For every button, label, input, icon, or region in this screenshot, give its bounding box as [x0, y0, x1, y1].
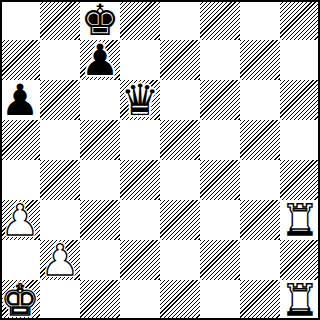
square-f4[interactable]	[200, 160, 240, 200]
square-b5[interactable]	[40, 120, 80, 160]
piece-white-king[interactable]: ♚	[1, 279, 40, 320]
square-f8[interactable]	[200, 0, 240, 40]
square-g8[interactable]	[240, 0, 280, 40]
square-h2[interactable]	[280, 240, 320, 280]
square-c8[interactable]: ♚	[80, 0, 120, 40]
square-f2[interactable]	[200, 240, 240, 280]
square-g2[interactable]	[240, 240, 280, 280]
square-h7[interactable]	[280, 40, 320, 80]
piece-black-queen[interactable]: ♛	[121, 79, 160, 122]
square-h5[interactable]	[280, 120, 320, 160]
square-d2[interactable]	[120, 240, 160, 280]
piece-white-pawn[interactable]: ♟	[41, 239, 80, 282]
piece-white-rook[interactable]: ♜	[281, 279, 320, 320]
square-h4[interactable]	[280, 160, 320, 200]
square-b6[interactable]	[40, 80, 80, 120]
square-e3[interactable]	[160, 200, 200, 240]
square-g3[interactable]	[240, 200, 280, 240]
piece-white-pawn[interactable]: ♟	[1, 199, 40, 242]
piece-black-pawn[interactable]: ♟	[1, 79, 40, 122]
square-f1[interactable]	[200, 280, 240, 320]
square-a3[interactable]: ♟	[0, 200, 40, 240]
square-a2[interactable]	[0, 240, 40, 280]
square-g5[interactable]	[240, 120, 280, 160]
square-g6[interactable]	[240, 80, 280, 120]
square-e8[interactable]	[160, 0, 200, 40]
square-c3[interactable]	[80, 200, 120, 240]
piece-black-pawn[interactable]: ♟	[81, 39, 120, 82]
square-b7[interactable]	[40, 40, 80, 80]
square-a4[interactable]	[0, 160, 40, 200]
square-e4[interactable]	[160, 160, 200, 200]
square-c1[interactable]	[80, 280, 120, 320]
square-c6[interactable]	[80, 80, 120, 120]
square-b3[interactable]	[40, 200, 80, 240]
square-d1[interactable]	[120, 280, 160, 320]
square-f6[interactable]	[200, 80, 240, 120]
square-e2[interactable]	[160, 240, 200, 280]
square-h1[interactable]: ♜	[280, 280, 320, 320]
square-d3[interactable]	[120, 200, 160, 240]
square-d5[interactable]	[120, 120, 160, 160]
chess-board: ♚♟♟♛♟♜♟♚♜	[0, 0, 320, 320]
square-b8[interactable]	[40, 0, 80, 40]
square-c4[interactable]	[80, 160, 120, 200]
square-c7[interactable]: ♟	[80, 40, 120, 80]
square-a5[interactable]	[0, 120, 40, 160]
square-f7[interactable]	[200, 40, 240, 80]
square-e1[interactable]	[160, 280, 200, 320]
square-e5[interactable]	[160, 120, 200, 160]
square-e7[interactable]	[160, 40, 200, 80]
square-a1[interactable]: ♚	[0, 280, 40, 320]
square-f3[interactable]	[200, 200, 240, 240]
square-h6[interactable]	[280, 80, 320, 120]
piece-white-rook[interactable]: ♜	[281, 199, 320, 242]
square-h8[interactable]	[280, 0, 320, 40]
chess-diagram: ♚♟♟♛♟♜♟♚♜	[0, 0, 320, 320]
square-g4[interactable]	[240, 160, 280, 200]
square-b1[interactable]	[40, 280, 80, 320]
square-a8[interactable]	[0, 0, 40, 40]
square-e6[interactable]	[160, 80, 200, 120]
square-g7[interactable]	[240, 40, 280, 80]
square-a6[interactable]: ♟	[0, 80, 40, 120]
square-b2[interactable]: ♟	[40, 240, 80, 280]
square-d4[interactable]	[120, 160, 160, 200]
square-h3[interactable]: ♜	[280, 200, 320, 240]
square-d6[interactable]: ♛	[120, 80, 160, 120]
square-a7[interactable]	[0, 40, 40, 80]
square-c2[interactable]	[80, 240, 120, 280]
square-c5[interactable]	[80, 120, 120, 160]
square-d7[interactable]	[120, 40, 160, 80]
square-d8[interactable]	[120, 0, 160, 40]
square-f5[interactable]	[200, 120, 240, 160]
square-b4[interactable]	[40, 160, 80, 200]
square-g1[interactable]	[240, 280, 280, 320]
